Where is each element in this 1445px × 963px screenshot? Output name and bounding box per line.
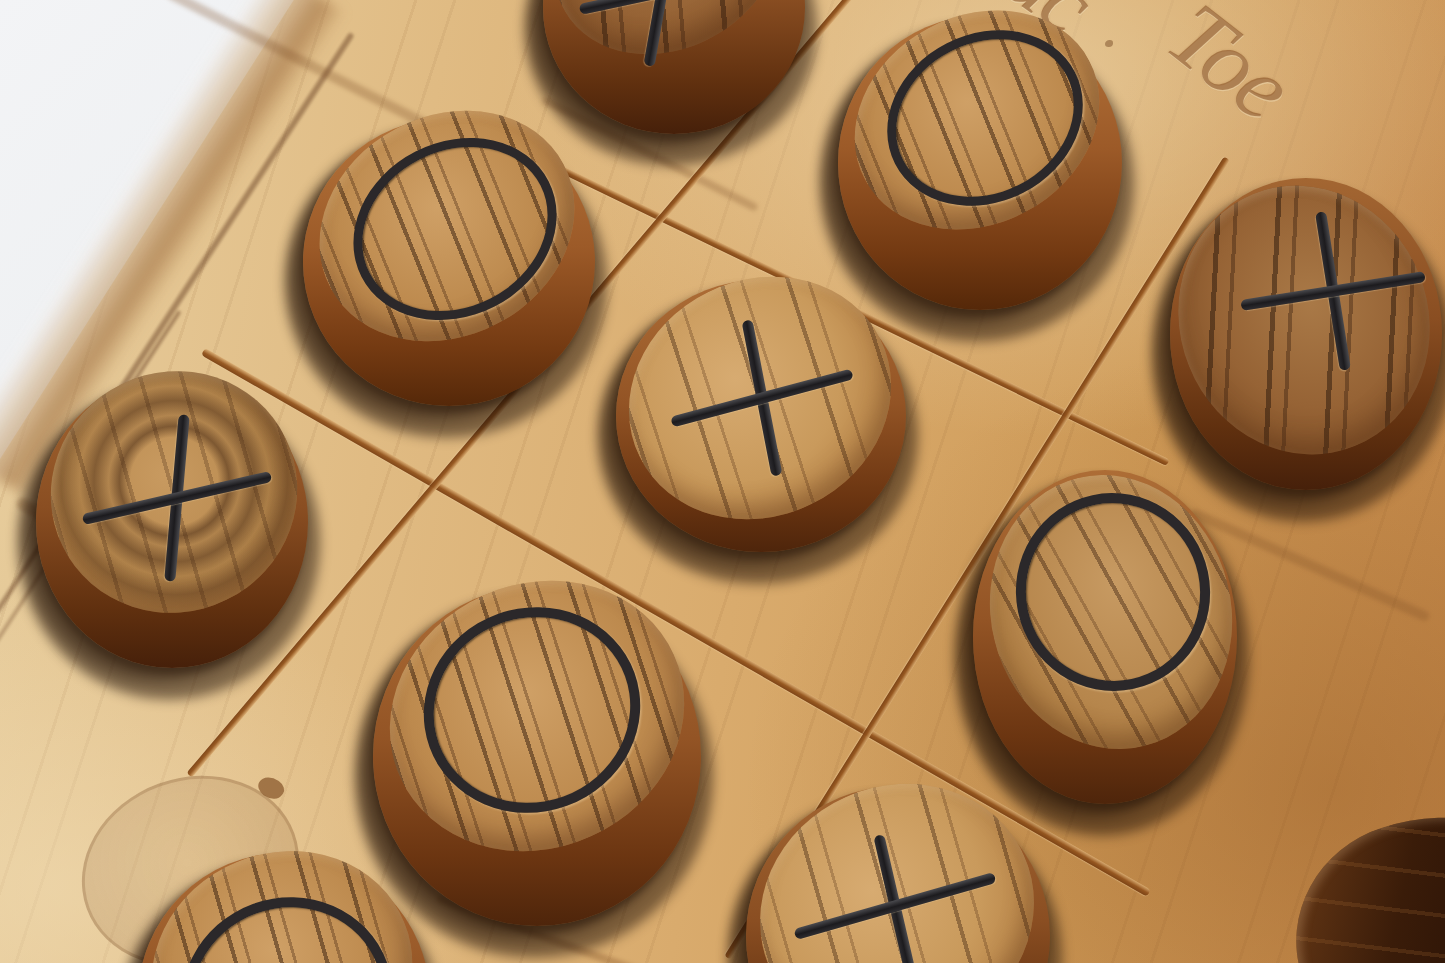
piece-middle-left-o[interactable] — [303, 118, 595, 406]
piece-top-right-x[interactable] — [1170, 178, 1442, 490]
piece-top-middle-o[interactable] — [838, 16, 1122, 310]
photo-of-tic-tac-toe-board: Tac Toe — [0, 0, 1445, 963]
piece-middle-right-o[interactable] — [973, 470, 1237, 804]
knot-dot — [1105, 40, 1113, 47]
piece-bottom-left-x[interactable] — [36, 376, 308, 668]
bark-knot — [1266, 782, 1445, 963]
piece-center-x[interactable] — [616, 280, 906, 552]
piece-bottom-middle-o[interactable] — [373, 586, 701, 926]
board-title-word-toe: Toe — [1148, 0, 1311, 141]
